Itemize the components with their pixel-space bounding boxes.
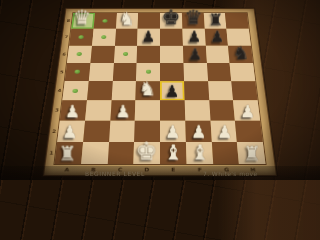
square-c7[interactable] xyxy=(115,29,138,46)
square-g2[interactable]: ♟ xyxy=(210,120,237,141)
square-e2[interactable]: ♟ xyxy=(160,120,186,141)
square-f4[interactable] xyxy=(184,81,209,100)
piece-white-pawn-f2[interactable]: ♟ xyxy=(186,124,212,141)
square-f3[interactable] xyxy=(184,100,210,120)
piece-white-king-d1[interactable]: ♚ xyxy=(134,138,160,163)
square-h5[interactable] xyxy=(230,63,256,81)
move-dot-a5[interactable] xyxy=(75,70,81,74)
square-f1[interactable]: ♝ xyxy=(186,142,213,164)
square-h8[interactable] xyxy=(225,13,249,29)
square-a3[interactable]: ♟ xyxy=(60,100,87,120)
square-h6[interactable]: ♞ xyxy=(228,45,253,62)
square-a7[interactable] xyxy=(69,29,93,46)
square-d4[interactable]: ♞ xyxy=(136,81,160,100)
square-f8[interactable]: ♛ xyxy=(182,13,205,29)
square-c8[interactable]: ♞ xyxy=(116,13,139,29)
square-b7[interactable] xyxy=(92,29,116,46)
piece-white-pawn-c3[interactable]: ♟ xyxy=(110,103,135,120)
square-e4[interactable]: ♟ xyxy=(160,81,184,100)
square-d3[interactable] xyxy=(135,100,160,120)
piece-black-pawn-f6[interactable]: ♟ xyxy=(183,46,206,62)
piece-white-knight-d4[interactable]: ♞ xyxy=(136,80,160,99)
chess-board: ♛♞♚♛♜♟♟♟♟♞♞♟♟♟♟♟♟♟♟♜♚♝♝♜ ABCDEFGH 876543… xyxy=(43,8,277,176)
square-f6[interactable]: ♟ xyxy=(183,45,207,62)
square-b3[interactable] xyxy=(85,100,111,120)
square-e3[interactable] xyxy=(160,100,185,120)
move-dot-b8[interactable] xyxy=(103,19,108,23)
piece-white-knight-c8[interactable]: ♞ xyxy=(116,11,138,28)
piece-black-pawn-g7[interactable]: ♟ xyxy=(205,29,228,44)
piece-black-pawn-d7[interactable]: ♟ xyxy=(137,29,160,44)
level-label: BEGINNER LEVEL xyxy=(85,170,145,177)
square-e6[interactable] xyxy=(160,45,183,62)
move-dot-d5[interactable] xyxy=(146,70,151,74)
square-a6[interactable] xyxy=(67,45,92,62)
piece-black-knight-h6[interactable]: ♞ xyxy=(230,44,253,62)
piece-white-rook-a1[interactable]: ♜ xyxy=(54,143,80,163)
square-b5[interactable] xyxy=(89,63,114,81)
square-a8[interactable]: ♛ xyxy=(71,13,95,29)
piece-black-rook-g8[interactable]: ♜ xyxy=(204,11,226,28)
status-bar: BEGINNER LEVEL 7. White's move xyxy=(0,166,320,180)
square-g4[interactable] xyxy=(208,81,234,100)
square-g5[interactable] xyxy=(207,63,232,81)
square-b6[interactable] xyxy=(90,45,114,62)
turn-indicator: 7. White's move xyxy=(203,170,258,177)
square-f7[interactable]: ♟ xyxy=(182,29,205,46)
square-b2[interactable] xyxy=(83,120,110,141)
square-a2[interactable]: ♟ xyxy=(57,120,85,141)
square-g1[interactable] xyxy=(211,142,239,164)
move-dot-a7[interactable] xyxy=(79,35,84,39)
square-d6[interactable] xyxy=(137,45,160,62)
piece-white-pawn-a2[interactable]: ♟ xyxy=(57,124,83,141)
square-g3[interactable] xyxy=(209,100,235,120)
board-grid: ♛♞♚♛♜♟♟♟♟♞♞♟♟♟♟♟♟♟♟♜♚♝♝♜ xyxy=(54,13,265,164)
square-b4[interactable] xyxy=(87,81,113,100)
move-dot-a4[interactable] xyxy=(73,89,79,93)
move-dot-b7[interactable] xyxy=(101,35,106,39)
square-g7[interactable]: ♟ xyxy=(204,29,228,46)
piece-black-king-e8[interactable]: ♚ xyxy=(160,7,182,28)
square-b1[interactable] xyxy=(81,142,109,164)
square-c1[interactable] xyxy=(107,142,134,164)
piece-black-pawn-f7[interactable]: ♟ xyxy=(183,29,206,44)
square-e8[interactable]: ♚ xyxy=(160,13,182,29)
move-dot-c6[interactable] xyxy=(123,52,128,56)
piece-white-bishop-f1[interactable]: ♝ xyxy=(186,142,212,163)
piece-white-pawn-g2[interactable]: ♟ xyxy=(211,124,237,141)
square-c2[interactable] xyxy=(109,120,135,141)
square-c3[interactable]: ♟ xyxy=(110,100,136,120)
piece-white-queen-a8[interactable]: ♛ xyxy=(71,8,93,28)
square-a4[interactable] xyxy=(62,81,88,100)
square-f2[interactable]: ♟ xyxy=(185,120,211,141)
square-c4[interactable] xyxy=(111,81,136,100)
piece-white-pawn-h3[interactable]: ♟ xyxy=(235,103,260,120)
square-a1[interactable]: ♜ xyxy=(54,142,82,164)
piece-white-rook-h1[interactable]: ♜ xyxy=(239,143,265,163)
square-g8[interactable]: ♜ xyxy=(203,13,226,29)
square-d1[interactable]: ♚ xyxy=(134,142,160,164)
square-h1[interactable]: ♜ xyxy=(237,142,265,164)
chess-app-scene: ♛♞♚♛♜♟♟♟♟♞♞♟♟♟♟♟♟♟♟♜♚♝♝♜ ABCDEFGH 876543… xyxy=(0,0,320,180)
square-e5[interactable] xyxy=(160,63,184,81)
square-f5[interactable] xyxy=(183,63,207,81)
piece-black-queen-f8[interactable]: ♛ xyxy=(182,8,204,28)
square-h4[interactable] xyxy=(231,81,257,100)
square-e1[interactable]: ♝ xyxy=(160,142,186,164)
square-h3[interactable]: ♟ xyxy=(233,100,260,120)
square-d7[interactable]: ♟ xyxy=(137,29,160,46)
piece-white-bishop-e1[interactable]: ♝ xyxy=(160,142,186,163)
square-c5[interactable] xyxy=(112,63,136,81)
piece-black-pawn-e4[interactable]: ♟ xyxy=(160,83,184,99)
piece-white-pawn-e2[interactable]: ♟ xyxy=(160,124,186,141)
square-h2[interactable] xyxy=(235,120,263,141)
square-a5[interactable] xyxy=(65,63,91,81)
square-c6[interactable] xyxy=(113,45,137,62)
square-b8[interactable] xyxy=(93,13,116,29)
piece-white-pawn-a3[interactable]: ♟ xyxy=(60,103,85,120)
square-g6[interactable] xyxy=(205,45,229,62)
square-e7[interactable] xyxy=(160,29,183,46)
square-d8[interactable] xyxy=(138,13,160,29)
move-dot-a6[interactable] xyxy=(77,52,83,56)
